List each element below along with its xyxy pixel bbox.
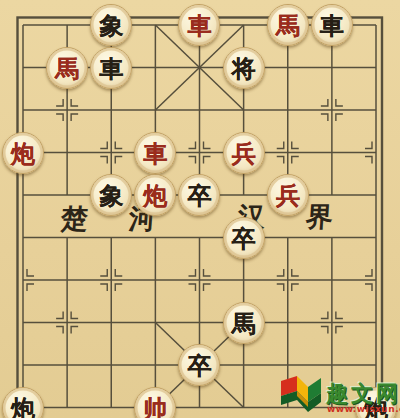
piece-grid: 象車馬車馬車将炮車兵象炮卒兵卒馬卒炮帅炮 — [1, 4, 398, 418]
brand-url: www.wisxun.com — [327, 404, 400, 414]
piece-glyph: 車 — [187, 14, 211, 38]
piece-glyph: 馬 — [55, 57, 79, 81]
piece-black-f7r0[interactable]: 車 — [311, 4, 353, 46]
piece-glyph: 将 — [232, 57, 256, 81]
piece-black-f4r4[interactable]: 卒 — [178, 174, 220, 216]
piece-red-f0r3[interactable]: 炮 — [2, 132, 44, 174]
piece-black-f5r1[interactable]: 将 — [223, 47, 265, 89]
piece-glyph: 炮 — [11, 142, 35, 166]
piece-glyph: 帅 — [143, 397, 167, 418]
piece-red-f6r4[interactable]: 兵 — [267, 174, 309, 216]
piece-black-f2r4[interactable]: 象 — [90, 174, 132, 216]
watermark-logo: 趣文网 www.wisxun.com — [279, 375, 323, 415]
piece-glyph: 車 — [143, 142, 167, 166]
piece-black-f4r8[interactable]: 卒 — [178, 344, 220, 386]
brand-ribbon-icon — [279, 375, 323, 415]
piece-glyph: 炮 — [143, 184, 167, 208]
piece-glyph: 馬 — [232, 312, 256, 336]
piece-glyph: 兵 — [276, 184, 300, 208]
piece-red-f1r1[interactable]: 馬 — [46, 47, 88, 89]
piece-red-f3r3[interactable]: 車 — [134, 132, 176, 174]
piece-glyph: 車 — [99, 57, 123, 81]
piece-red-f6r0[interactable]: 馬 — [267, 4, 309, 46]
piece-red-f4r0[interactable]: 車 — [178, 4, 220, 46]
piece-red-f3r9[interactable]: 帅 — [134, 387, 176, 418]
piece-black-f2r0[interactable]: 象 — [90, 4, 132, 46]
piece-red-f5r3[interactable]: 兵 — [223, 132, 265, 174]
piece-glyph: 卒 — [232, 227, 256, 251]
piece-black-f2r1[interactable]: 車 — [90, 47, 132, 89]
piece-glyph: 兵 — [232, 142, 256, 166]
piece-black-f5r5[interactable]: 卒 — [223, 217, 265, 259]
piece-glyph: 卒 — [187, 354, 211, 378]
piece-glyph: 炮 — [11, 397, 35, 418]
piece-glyph: 象 — [99, 14, 123, 38]
piece-black-f0r9[interactable]: 炮 — [2, 387, 44, 418]
piece-glyph: 卒 — [187, 184, 211, 208]
piece-glyph: 象 — [99, 184, 123, 208]
piece-glyph: 車 — [320, 14, 344, 38]
xiangqi-board-screen: 楚河 汉界 象車馬車馬車将炮車兵象炮卒兵卒馬卒炮帅炮 趣文网 www.wisxu… — [0, 0, 400, 418]
piece-black-f5r7[interactable]: 馬 — [223, 302, 265, 344]
piece-glyph: 馬 — [276, 14, 300, 38]
piece-red-f3r4[interactable]: 炮 — [134, 174, 176, 216]
